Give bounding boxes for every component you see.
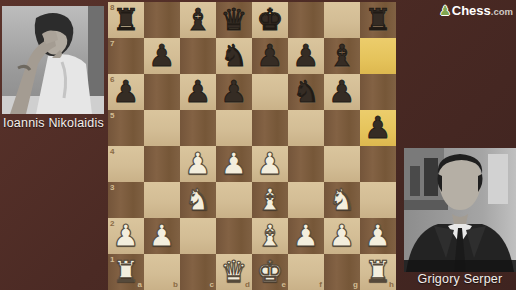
square-c3[interactable]: ♞ [180,182,216,218]
file-label-b: b [173,281,178,289]
square-g5[interactable] [324,110,360,146]
square-f2[interactable]: ♟ [288,218,324,254]
square-e7[interactable]: ♟ [252,38,288,74]
chesscom-logo[interactable]: ♟ Chess .com [439,3,513,19]
square-e1[interactable]: e♚ [252,254,288,290]
square-a4[interactable]: 4 [108,146,144,182]
square-a3[interactable]: 3 [108,182,144,218]
piece-black-pawn[interactable]: ♟ [216,74,252,110]
piece-white-pawn[interactable]: ♟ [180,146,216,182]
square-b6[interactable] [144,74,180,110]
piece-black-bishop[interactable]: ♝ [180,2,216,38]
square-a6[interactable]: 6♟ [108,74,144,110]
piece-black-queen[interactable]: ♛ [216,2,252,38]
piece-black-rook[interactable]: ♜ [360,2,396,38]
piece-black-bishop[interactable]: ♝ [324,38,360,74]
piece-black-pawn[interactable]: ♟ [144,38,180,74]
square-d6[interactable]: ♟ [216,74,252,110]
square-e5[interactable] [252,110,288,146]
player-name-white: Grigory Serper [404,272,516,286]
square-f6[interactable]: ♞ [288,74,324,110]
player-name-black: Ioannis Nikolaidis [3,116,104,130]
square-d3[interactable] [216,182,252,218]
square-g7[interactable]: ♝ [324,38,360,74]
square-g3[interactable]: ♞ [324,182,360,218]
rank-label-7: 7 [110,40,114,48]
square-c5[interactable] [180,110,216,146]
square-d7[interactable]: ♞ [216,38,252,74]
piece-white-king[interactable]: ♚ [252,254,288,290]
square-b4[interactable] [144,146,180,182]
square-c8[interactable]: ♝ [180,2,216,38]
square-h1[interactable]: h♜ [360,254,396,290]
square-f5[interactable] [288,110,324,146]
piece-white-knight[interactable]: ♞ [180,182,216,218]
piece-white-pawn[interactable]: ♟ [216,146,252,182]
file-label-f: f [319,281,322,289]
piece-white-rook[interactable]: ♜ [108,254,144,290]
square-d1[interactable]: d♛ [216,254,252,290]
piece-white-pawn[interactable]: ♟ [252,146,288,182]
piece-white-pawn[interactable]: ♟ [360,218,396,254]
square-d4[interactable]: ♟ [216,146,252,182]
piece-black-pawn[interactable]: ♟ [252,38,288,74]
square-d5[interactable] [216,110,252,146]
square-g1[interactable]: g [324,254,360,290]
square-b2[interactable]: ♟ [144,218,180,254]
square-f3[interactable] [288,182,324,218]
piece-black-pawn[interactable]: ♟ [360,110,396,146]
square-d2[interactable] [216,218,252,254]
piece-black-pawn[interactable]: ♟ [324,74,360,110]
chesscom-logo-text: Chess [452,3,491,18]
piece-white-pawn[interactable]: ♟ [144,218,180,254]
piece-white-bishop[interactable]: ♝ [252,218,288,254]
file-label-c: c [210,281,214,289]
piece-white-pawn[interactable]: ♟ [324,218,360,254]
square-f1[interactable]: f [288,254,324,290]
square-c6[interactable]: ♟ [180,74,216,110]
square-d8[interactable]: ♛ [216,2,252,38]
square-e2[interactable]: ♝ [252,218,288,254]
piece-white-pawn[interactable]: ♟ [108,218,144,254]
chess-board[interactable]: 8♜♝♛♚♜7♟♞♟♟♝6♟♟♟♞♟5♟4♟♟♟3♞♝♞2♟♟♝♟♟♟1a♜bc… [108,2,396,290]
square-b7[interactable]: ♟ [144,38,180,74]
square-f4[interactable] [288,146,324,182]
player-photo-serper [404,148,516,272]
piece-black-pawn[interactable]: ♟ [108,74,144,110]
square-h8[interactable]: ♜ [360,2,396,38]
square-h5[interactable]: ♟ [360,110,396,146]
piece-black-pawn[interactable]: ♟ [180,74,216,110]
square-a2[interactable]: 2♟ [108,218,144,254]
rank-label-5: 5 [110,112,114,120]
square-a1[interactable]: 1a♜ [108,254,144,290]
piece-black-rook[interactable]: ♜ [108,2,144,38]
square-g8[interactable] [324,2,360,38]
piece-white-rook[interactable]: ♜ [360,254,396,290]
rank-label-4: 4 [110,148,114,156]
piece-black-king[interactable]: ♚ [252,2,288,38]
rank-label-3: 3 [110,184,114,192]
square-h4[interactable] [360,146,396,182]
square-e4[interactable]: ♟ [252,146,288,182]
nikolaidis-photo-illustration [2,6,104,114]
square-h7[interactable] [360,38,396,74]
chesscom-pawn-logo-icon: ♟ [439,3,451,19]
square-c4[interactable]: ♟ [180,146,216,182]
piece-white-pawn[interactable]: ♟ [288,218,324,254]
player-photo-nikolaidis [2,6,104,114]
square-h3[interactable] [360,182,396,218]
piece-black-knight[interactable]: ♞ [216,38,252,74]
square-e8[interactable]: ♚ [252,2,288,38]
piece-black-knight[interactable]: ♞ [288,74,324,110]
square-b8[interactable] [144,2,180,38]
square-e6[interactable] [252,74,288,110]
square-f7[interactable]: ♟ [288,38,324,74]
square-a8[interactable]: 8♜ [108,2,144,38]
square-c2[interactable] [180,218,216,254]
square-a5[interactable]: 5 [108,110,144,146]
chesscom-logo-suffix: .com [491,6,513,17]
square-h6[interactable] [360,74,396,110]
square-b1[interactable]: b [144,254,180,290]
square-b3[interactable] [144,182,180,218]
piece-white-knight[interactable]: ♞ [324,182,360,218]
square-h2[interactable]: ♟ [360,218,396,254]
square-g4[interactable] [324,146,360,182]
piece-white-queen[interactable]: ♛ [216,254,252,290]
serper-photo-illustration [404,148,516,272]
square-c1[interactable]: c [180,254,216,290]
piece-white-bishop[interactable]: ♝ [252,182,288,218]
square-e3[interactable]: ♝ [252,182,288,218]
square-f8[interactable] [288,2,324,38]
square-b5[interactable] [144,110,180,146]
piece-black-pawn[interactable]: ♟ [288,38,324,74]
square-c7[interactable] [180,38,216,74]
square-g2[interactable]: ♟ [324,218,360,254]
square-g6[interactable]: ♟ [324,74,360,110]
file-label-g: g [353,281,358,289]
square-a7[interactable]: 7 [108,38,144,74]
